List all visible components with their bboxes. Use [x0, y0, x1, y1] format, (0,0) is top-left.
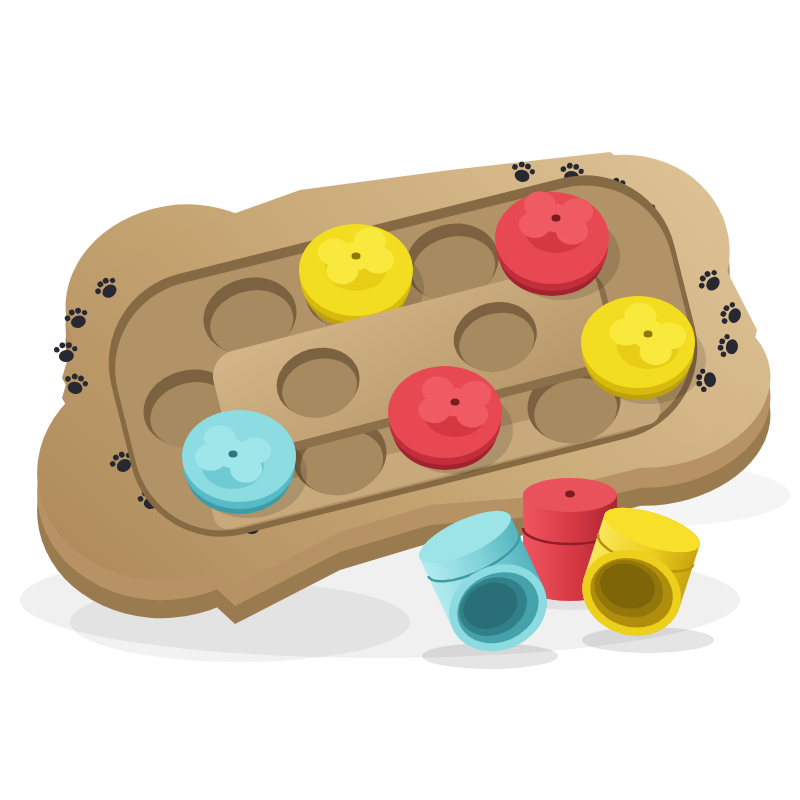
knob-vent-hole [644, 331, 653, 338]
cup-vent-hole [565, 491, 575, 498]
product-photo [0, 0, 800, 800]
treat-puzzle-scene [0, 0, 800, 800]
knob-vent-hole [229, 451, 238, 458]
knob-vent-hole [352, 253, 361, 260]
knob-vent-hole [451, 399, 460, 406]
knob-vent-hole [552, 215, 561, 222]
